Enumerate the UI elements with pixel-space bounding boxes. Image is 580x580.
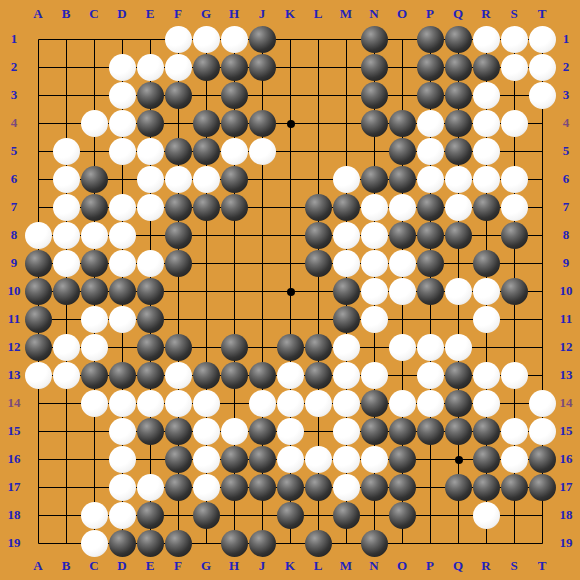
stone-white[interactable] — [417, 166, 444, 193]
stone-black[interactable] — [389, 138, 416, 165]
stone-white[interactable] — [501, 194, 528, 221]
stone-white[interactable] — [473, 82, 500, 109]
row-label-right: 10 — [560, 283, 573, 299]
stone-black[interactable] — [109, 362, 136, 389]
column-label-top: S — [510, 6, 517, 22]
row-label-right: 2 — [563, 59, 570, 75]
column-label-top: K — [285, 6, 295, 22]
stone-white[interactable] — [361, 222, 388, 249]
stone-black[interactable] — [417, 418, 444, 445]
column-label-top: H — [229, 6, 239, 22]
column-label-bottom: A — [33, 558, 42, 574]
stone-black[interactable] — [277, 502, 304, 529]
column-label-top: A — [33, 6, 42, 22]
stone-white[interactable] — [137, 250, 164, 277]
stone-black[interactable] — [137, 362, 164, 389]
row-label-left: 5 — [11, 143, 18, 159]
stone-black[interactable] — [389, 474, 416, 501]
column-label-top: F — [174, 6, 182, 22]
stone-white[interactable] — [445, 194, 472, 221]
stone-black[interactable] — [389, 166, 416, 193]
stone-white[interactable] — [305, 390, 332, 417]
stone-black[interactable] — [137, 278, 164, 305]
row-label-left: 19 — [8, 535, 21, 551]
stone-white[interactable] — [53, 194, 80, 221]
stone-black[interactable] — [193, 54, 220, 81]
stone-black[interactable] — [305, 222, 332, 249]
column-label-bottom: P — [426, 558, 434, 574]
stone-black[interactable] — [501, 474, 528, 501]
stone-white[interactable] — [361, 446, 388, 473]
column-label-bottom: M — [340, 558, 352, 574]
stone-white[interactable] — [445, 166, 472, 193]
row-label-right: 7 — [563, 199, 570, 215]
stone-white[interactable] — [137, 474, 164, 501]
stone-white[interactable] — [361, 194, 388, 221]
row-label-left: 1 — [11, 31, 18, 47]
column-label-bottom: D — [117, 558, 126, 574]
stone-white[interactable] — [109, 390, 136, 417]
stone-black[interactable] — [361, 390, 388, 417]
row-label-right: 15 — [560, 423, 573, 439]
stone-black[interactable] — [389, 502, 416, 529]
stone-white[interactable] — [361, 362, 388, 389]
stone-white[interactable] — [333, 222, 360, 249]
stone-black[interactable] — [249, 530, 276, 557]
stone-white[interactable] — [445, 334, 472, 361]
stone-white[interactable] — [109, 502, 136, 529]
stone-white[interactable] — [53, 362, 80, 389]
stone-black[interactable] — [333, 502, 360, 529]
stone-white[interactable] — [389, 390, 416, 417]
stone-white[interactable] — [193, 166, 220, 193]
stone-black[interactable] — [445, 418, 472, 445]
stone-black[interactable] — [305, 474, 332, 501]
stone-white[interactable] — [53, 334, 80, 361]
stone-black[interactable] — [25, 306, 52, 333]
stone-black[interactable] — [193, 110, 220, 137]
stone-black[interactable] — [417, 278, 444, 305]
stone-black[interactable] — [165, 222, 192, 249]
stone-white[interactable] — [165, 390, 192, 417]
star-point — [287, 120, 295, 128]
stone-black[interactable] — [529, 474, 556, 501]
stone-white[interactable] — [193, 390, 220, 417]
stone-black[interactable] — [529, 446, 556, 473]
stone-white[interactable] — [529, 54, 556, 81]
stone-black[interactable] — [305, 530, 332, 557]
stone-white[interactable] — [305, 446, 332, 473]
column-label-top: P — [426, 6, 434, 22]
stone-white[interactable] — [81, 334, 108, 361]
row-label-left: 18 — [8, 507, 21, 523]
stone-white[interactable] — [165, 362, 192, 389]
stone-black[interactable] — [361, 110, 388, 137]
stone-white[interactable] — [501, 26, 528, 53]
stone-white[interactable] — [501, 110, 528, 137]
column-label-bottom: K — [285, 558, 295, 574]
row-label-left: 3 — [11, 87, 18, 103]
stone-white[interactable] — [81, 306, 108, 333]
row-label-left: 16 — [8, 451, 21, 467]
stone-black[interactable] — [109, 530, 136, 557]
stone-white[interactable] — [417, 138, 444, 165]
stone-white[interactable] — [109, 250, 136, 277]
stone-white[interactable] — [501, 166, 528, 193]
stone-white[interactable] — [333, 166, 360, 193]
row-label-right: 5 — [563, 143, 570, 159]
row-label-left: 11 — [8, 311, 20, 327]
stone-black[interactable] — [221, 362, 248, 389]
stone-white[interactable] — [417, 110, 444, 137]
stone-white[interactable] — [529, 26, 556, 53]
stone-black[interactable] — [333, 194, 360, 221]
stone-white[interactable] — [501, 54, 528, 81]
row-label-right: 4 — [563, 115, 570, 131]
stone-black[interactable] — [137, 306, 164, 333]
stone-white[interactable] — [277, 362, 304, 389]
stone-white[interactable] — [333, 390, 360, 417]
stone-white[interactable] — [53, 250, 80, 277]
stone-white[interactable] — [333, 474, 360, 501]
column-label-top: L — [314, 6, 323, 22]
stone-white[interactable] — [361, 250, 388, 277]
stone-black[interactable] — [165, 446, 192, 473]
stone-black[interactable] — [473, 194, 500, 221]
stone-black[interactable] — [109, 278, 136, 305]
stone-black[interactable] — [445, 362, 472, 389]
stone-black[interactable] — [445, 82, 472, 109]
row-label-left: 2 — [11, 59, 18, 75]
stone-white[interactable] — [221, 26, 248, 53]
stone-white[interactable] — [333, 418, 360, 445]
stone-white[interactable] — [193, 446, 220, 473]
stone-white[interactable] — [473, 278, 500, 305]
stone-white[interactable] — [193, 26, 220, 53]
column-label-bottom: F — [174, 558, 182, 574]
stone-black[interactable] — [445, 474, 472, 501]
column-label-bottom: J — [259, 558, 266, 574]
stone-white[interactable] — [529, 390, 556, 417]
stone-black[interactable] — [137, 334, 164, 361]
stone-white[interactable] — [109, 138, 136, 165]
stone-black[interactable] — [445, 138, 472, 165]
stone-black[interactable] — [473, 446, 500, 473]
stone-black[interactable] — [361, 418, 388, 445]
stone-black[interactable] — [277, 474, 304, 501]
stone-white[interactable] — [165, 26, 192, 53]
stone-black[interactable] — [165, 530, 192, 557]
stone-black[interactable] — [445, 26, 472, 53]
stone-white[interactable] — [473, 110, 500, 137]
stone-black[interactable] — [81, 250, 108, 277]
stone-white[interactable] — [221, 138, 248, 165]
stone-black[interactable] — [305, 194, 332, 221]
stone-white[interactable] — [109, 82, 136, 109]
stone-black[interactable] — [165, 250, 192, 277]
column-label-bottom: C — [89, 558, 98, 574]
stone-black[interactable] — [305, 334, 332, 361]
stone-white[interactable] — [501, 362, 528, 389]
row-label-right: 8 — [563, 227, 570, 243]
stone-white[interactable] — [501, 418, 528, 445]
stone-black[interactable] — [389, 110, 416, 137]
column-label-bottom: Q — [453, 558, 463, 574]
stone-black[interactable] — [305, 250, 332, 277]
stone-white[interactable] — [473, 362, 500, 389]
stone-black[interactable] — [473, 418, 500, 445]
star-point — [287, 288, 295, 296]
stone-black[interactable] — [333, 278, 360, 305]
column-label-top: B — [62, 6, 71, 22]
stone-black[interactable] — [53, 278, 80, 305]
stone-white[interactable] — [109, 194, 136, 221]
stone-black[interactable] — [249, 362, 276, 389]
stone-white[interactable] — [137, 138, 164, 165]
stone-black[interactable] — [361, 166, 388, 193]
stone-white[interactable] — [473, 166, 500, 193]
column-label-bottom: L — [314, 558, 323, 574]
stone-black[interactable] — [249, 54, 276, 81]
stone-white[interactable] — [109, 446, 136, 473]
stone-white[interactable] — [137, 166, 164, 193]
stone-black[interactable] — [25, 250, 52, 277]
stone-black[interactable] — [165, 82, 192, 109]
stone-black[interactable] — [473, 54, 500, 81]
stone-black[interactable] — [249, 26, 276, 53]
stone-black[interactable] — [445, 222, 472, 249]
row-label-right: 13 — [560, 367, 573, 383]
star-point — [455, 456, 463, 464]
stone-white[interactable] — [473, 306, 500, 333]
column-label-bottom: G — [201, 558, 211, 574]
stone-white[interactable] — [165, 54, 192, 81]
stone-white[interactable] — [109, 54, 136, 81]
stone-black[interactable] — [473, 250, 500, 277]
row-label-right: 3 — [563, 87, 570, 103]
stone-white[interactable] — [277, 446, 304, 473]
stone-white[interactable] — [277, 390, 304, 417]
stone-black[interactable] — [473, 474, 500, 501]
stone-black[interactable] — [417, 26, 444, 53]
go-board[interactable]: AABBCCDDEEFFGGHHJJKKLLMMNNOOPPQQRRSSTT11… — [0, 0, 580, 580]
stone-black[interactable] — [193, 362, 220, 389]
stone-white[interactable] — [137, 194, 164, 221]
stone-black[interactable] — [417, 222, 444, 249]
stone-white[interactable] — [389, 194, 416, 221]
row-label-left: 17 — [8, 479, 21, 495]
column-label-bottom: T — [538, 558, 547, 574]
stone-black[interactable] — [361, 82, 388, 109]
stone-white[interactable] — [473, 138, 500, 165]
stone-black[interactable] — [389, 418, 416, 445]
stone-white[interactable] — [81, 222, 108, 249]
stone-white[interactable] — [473, 26, 500, 53]
stone-white[interactable] — [53, 222, 80, 249]
stone-black[interactable] — [193, 194, 220, 221]
stone-black[interactable] — [417, 250, 444, 277]
stone-white[interactable] — [445, 278, 472, 305]
column-label-top: G — [201, 6, 211, 22]
stone-white[interactable] — [473, 390, 500, 417]
stone-white[interactable] — [221, 418, 248, 445]
stone-black[interactable] — [249, 418, 276, 445]
stone-black[interactable] — [221, 54, 248, 81]
stone-black[interactable] — [361, 26, 388, 53]
stone-white[interactable] — [361, 278, 388, 305]
stone-black[interactable] — [81, 194, 108, 221]
stone-black[interactable] — [81, 278, 108, 305]
stone-black[interactable] — [501, 222, 528, 249]
stone-black[interactable] — [221, 334, 248, 361]
stone-white[interactable] — [417, 362, 444, 389]
row-label-left: 12 — [8, 339, 21, 355]
row-label-left: 9 — [11, 255, 18, 271]
stone-black[interactable] — [361, 474, 388, 501]
column-label-top: T — [538, 6, 547, 22]
stone-white[interactable] — [361, 306, 388, 333]
column-label-top: O — [397, 6, 407, 22]
row-label-left: 14 — [8, 395, 21, 411]
stone-black[interactable] — [389, 222, 416, 249]
row-label-right: 14 — [560, 395, 573, 411]
stone-white[interactable] — [109, 306, 136, 333]
stone-black[interactable] — [81, 362, 108, 389]
column-label-top: R — [481, 6, 490, 22]
stone-white[interactable] — [333, 446, 360, 473]
stone-black[interactable] — [221, 446, 248, 473]
stone-black[interactable] — [501, 278, 528, 305]
stone-white[interactable] — [109, 418, 136, 445]
stone-white[interactable] — [249, 138, 276, 165]
stone-black[interactable] — [81, 166, 108, 193]
column-label-top: E — [146, 6, 155, 22]
row-label-right: 1 — [563, 31, 570, 47]
stone-black[interactable] — [305, 362, 332, 389]
stone-black[interactable] — [445, 110, 472, 137]
stone-white[interactable] — [249, 390, 276, 417]
stone-black[interactable] — [165, 138, 192, 165]
stone-black[interactable] — [137, 82, 164, 109]
stone-black[interactable] — [445, 390, 472, 417]
stone-white[interactable] — [333, 362, 360, 389]
stone-black[interactable] — [249, 446, 276, 473]
row-label-right: 12 — [560, 339, 573, 355]
column-label-top: J — [259, 6, 266, 22]
stone-white[interactable] — [389, 334, 416, 361]
row-label-right: 11 — [560, 311, 572, 327]
stone-black[interactable] — [137, 418, 164, 445]
stone-white[interactable] — [529, 82, 556, 109]
column-label-bottom: R — [481, 558, 490, 574]
column-label-bottom: H — [229, 558, 239, 574]
stone-black[interactable] — [193, 138, 220, 165]
stone-black[interactable] — [277, 334, 304, 361]
stone-black[interactable] — [221, 110, 248, 137]
stone-black[interactable] — [221, 82, 248, 109]
stone-white[interactable] — [277, 418, 304, 445]
stone-black[interactable] — [417, 194, 444, 221]
stone-black[interactable] — [249, 474, 276, 501]
stone-black[interactable] — [333, 306, 360, 333]
stone-white[interactable] — [333, 250, 360, 277]
stone-black[interactable] — [137, 110, 164, 137]
stone-white[interactable] — [389, 250, 416, 277]
stone-white[interactable] — [389, 278, 416, 305]
stone-black[interactable] — [137, 502, 164, 529]
stone-white[interactable] — [109, 474, 136, 501]
stone-black[interactable] — [361, 530, 388, 557]
stone-white[interactable] — [81, 530, 108, 557]
stone-black[interactable] — [193, 502, 220, 529]
stone-white[interactable] — [193, 418, 220, 445]
stone-white[interactable] — [25, 222, 52, 249]
stone-black[interactable] — [221, 194, 248, 221]
column-label-top: M — [340, 6, 352, 22]
stone-white[interactable] — [193, 474, 220, 501]
stone-black[interactable] — [221, 474, 248, 501]
stone-white[interactable] — [165, 166, 192, 193]
stone-white[interactable] — [137, 54, 164, 81]
column-label-top: N — [369, 6, 378, 22]
column-label-top: Q — [453, 6, 463, 22]
stone-white[interactable] — [417, 334, 444, 361]
stone-white[interactable] — [137, 390, 164, 417]
stone-black[interactable] — [137, 530, 164, 557]
stone-black[interactable] — [165, 418, 192, 445]
stone-white[interactable] — [53, 166, 80, 193]
stone-white[interactable] — [501, 446, 528, 473]
stone-white[interactable] — [417, 390, 444, 417]
column-label-bottom: B — [62, 558, 71, 574]
stone-black[interactable] — [389, 446, 416, 473]
stone-black[interactable] — [165, 474, 192, 501]
stone-black[interactable] — [221, 166, 248, 193]
stone-white[interactable] — [529, 418, 556, 445]
row-label-right: 18 — [560, 507, 573, 523]
stone-white[interactable] — [81, 110, 108, 137]
stone-black[interactable] — [361, 54, 388, 81]
stone-black[interactable] — [25, 334, 52, 361]
row-label-left: 15 — [8, 423, 21, 439]
row-label-left: 6 — [11, 171, 18, 187]
row-label-right: 17 — [560, 479, 573, 495]
row-label-right: 6 — [563, 171, 570, 187]
stone-white[interactable] — [81, 390, 108, 417]
row-label-left: 4 — [11, 115, 18, 131]
stone-black[interactable] — [25, 278, 52, 305]
row-label-left: 8 — [11, 227, 18, 243]
column-label-bottom: O — [397, 558, 407, 574]
stone-black[interactable] — [221, 530, 248, 557]
stone-white[interactable] — [25, 362, 52, 389]
stone-white[interactable] — [81, 502, 108, 529]
stone-black[interactable] — [417, 82, 444, 109]
stone-black[interactable] — [165, 334, 192, 361]
stone-black[interactable] — [249, 110, 276, 137]
stone-black[interactable] — [417, 54, 444, 81]
stone-black[interactable] — [445, 54, 472, 81]
row-label-left: 10 — [8, 283, 21, 299]
row-label-right: 16 — [560, 451, 573, 467]
stone-white[interactable] — [473, 502, 500, 529]
column-label-bottom: S — [510, 558, 517, 574]
stone-white[interactable] — [109, 222, 136, 249]
stone-white[interactable] — [109, 110, 136, 137]
stone-black[interactable] — [165, 194, 192, 221]
stone-white[interactable] — [53, 138, 80, 165]
stone-white[interactable] — [333, 334, 360, 361]
